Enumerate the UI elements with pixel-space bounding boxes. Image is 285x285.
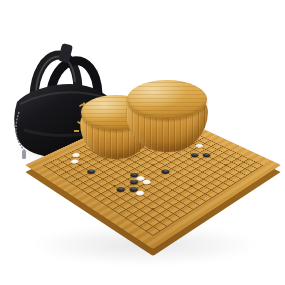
star-point	[224, 164, 228, 166]
stone-black	[189, 152, 200, 158]
star-point	[78, 164, 82, 166]
go-set-product-photo	[0, 0, 285, 285]
star-point	[113, 185, 117, 187]
stone-black	[201, 152, 212, 158]
stone-white	[134, 190, 146, 197]
star-point	[151, 164, 155, 166]
right-stone-bowl	[126, 80, 208, 152]
stone-white	[141, 179, 153, 186]
stone-black	[85, 169, 97, 175]
bag-zipper-pull	[22, 150, 26, 159]
right-bowl-lid	[127, 80, 207, 119]
star-point	[189, 185, 193, 187]
stone-black	[160, 169, 172, 175]
star-point	[151, 208, 155, 210]
stone-black	[115, 186, 127, 193]
